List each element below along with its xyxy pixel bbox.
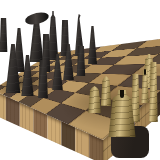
black-knight-piece[interactable]: ♞ bbox=[87, 26, 98, 64]
black-pawn-piece[interactable]: ♟ bbox=[20, 55, 35, 96]
black-pawn-piece[interactable]: ♟ bbox=[75, 46, 87, 76]
white-pawn-piece[interactable]: ♙ bbox=[86, 86, 103, 113]
white-bishop-piece[interactable]: ♗ bbox=[147, 62, 160, 122]
black-pawn-piece[interactable]: ♟ bbox=[51, 54, 64, 90]
piece-body bbox=[20, 55, 35, 96]
piece-body bbox=[51, 54, 64, 90]
chess-set-photo: ♜♜♞♚♛♞♟♟♟♝♕♟♝♟♟♘♙♙♖♗♔ bbox=[0, 0, 160, 160]
piece-body bbox=[75, 46, 87, 76]
piece-top-notch bbox=[144, 69, 146, 75]
white-king-piece[interactable]: ♔ bbox=[107, 90, 137, 137]
piece-top-notch bbox=[120, 90, 125, 98]
black-pawn-piece[interactable]: ♟ bbox=[36, 60, 50, 98]
piece-body bbox=[87, 26, 98, 64]
piece-body bbox=[147, 62, 160, 122]
piece-body bbox=[36, 60, 50, 98]
queen-disc-top bbox=[24, 10, 49, 26]
pieces-layer: ♜♜♞♚♛♞♟♟♟♝♕♟♝♟♟♘♙♙♖♗♔ bbox=[0, 0, 160, 160]
piece-body bbox=[86, 86, 103, 113]
